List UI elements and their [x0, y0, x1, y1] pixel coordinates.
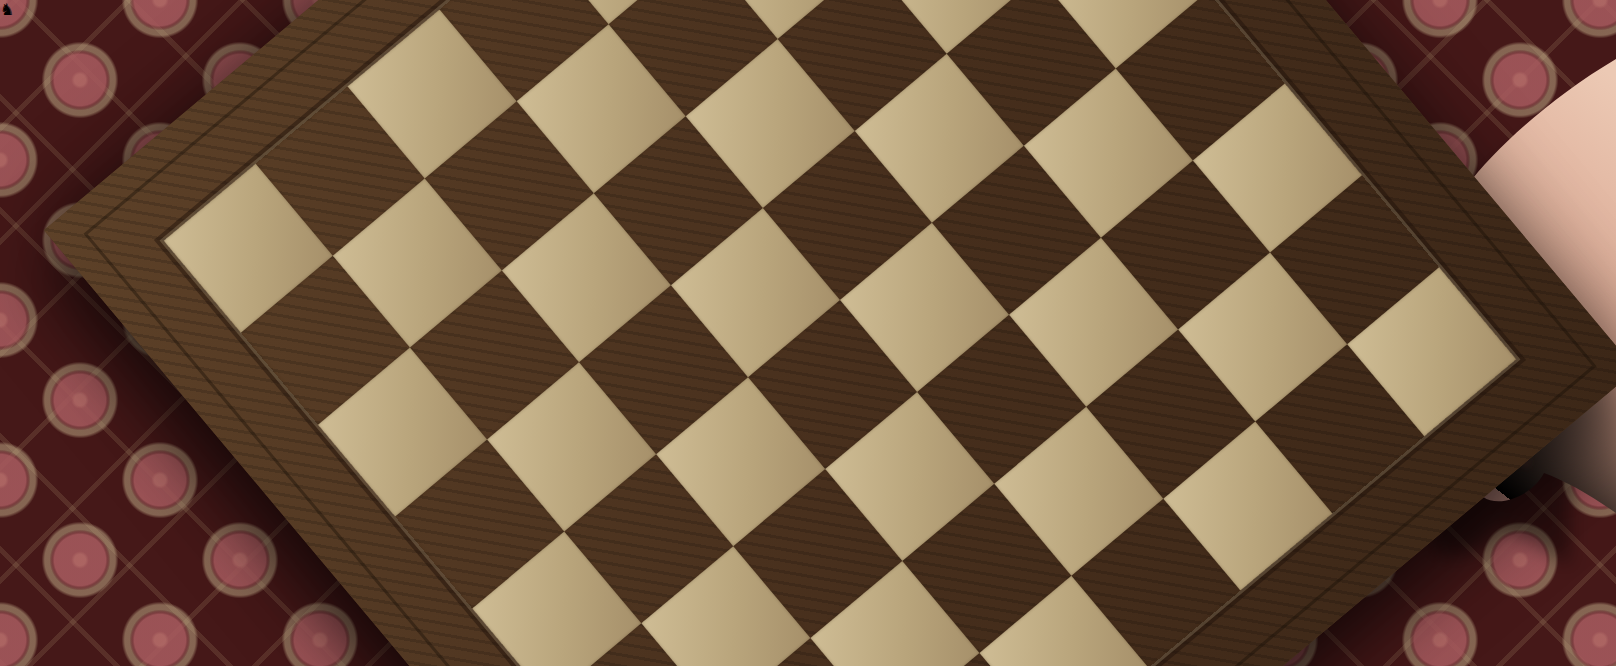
scene: ♞: [0, 0, 1616, 666]
